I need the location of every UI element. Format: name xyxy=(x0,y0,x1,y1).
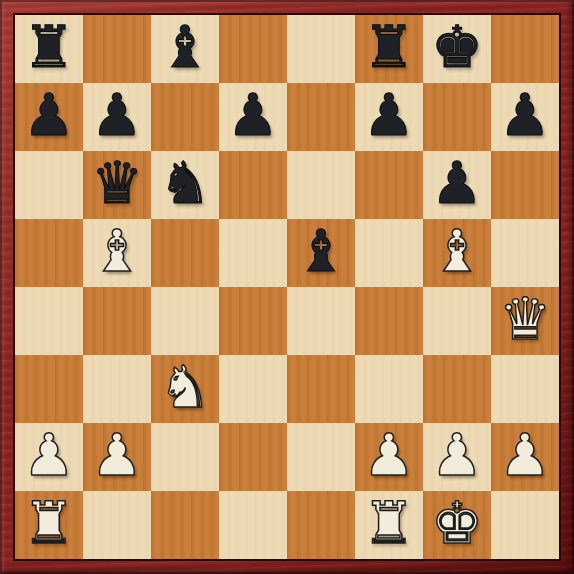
square-a7[interactable]: ♟ xyxy=(15,83,83,151)
square-c8[interactable]: ♝ xyxy=(151,15,219,83)
square-d6[interactable] xyxy=(219,151,287,219)
square-e4[interactable] xyxy=(287,287,355,355)
white-king[interactable]: ♚ xyxy=(431,491,483,557)
square-g1[interactable]: ♚ xyxy=(423,491,491,559)
square-d1[interactable] xyxy=(219,491,287,559)
black-pawn[interactable]: ♟ xyxy=(91,83,143,149)
white-bishop[interactable]: ♝ xyxy=(431,219,483,285)
square-e7[interactable] xyxy=(287,83,355,151)
square-f7[interactable]: ♟ xyxy=(355,83,423,151)
white-pawn[interactable]: ♟ xyxy=(23,423,75,489)
white-rook[interactable]: ♜ xyxy=(23,491,75,557)
square-a8[interactable]: ♜ xyxy=(15,15,83,83)
square-a3[interactable] xyxy=(15,355,83,423)
square-h5[interactable] xyxy=(491,219,559,287)
square-f3[interactable] xyxy=(355,355,423,423)
square-a5[interactable] xyxy=(15,219,83,287)
square-c3[interactable]: ♞ xyxy=(151,355,219,423)
square-f1[interactable]: ♜ xyxy=(355,491,423,559)
square-h4[interactable]: ♛ xyxy=(491,287,559,355)
square-e3[interactable] xyxy=(287,355,355,423)
white-pawn[interactable]: ♟ xyxy=(91,423,143,489)
black-pawn[interactable]: ♟ xyxy=(23,83,75,149)
white-queen[interactable]: ♛ xyxy=(499,287,551,353)
square-f5[interactable] xyxy=(355,219,423,287)
square-c4[interactable] xyxy=(151,287,219,355)
square-c5[interactable] xyxy=(151,219,219,287)
square-c6[interactable]: ♞ xyxy=(151,151,219,219)
square-h7[interactable]: ♟ xyxy=(491,83,559,151)
black-king[interactable]: ♚ xyxy=(431,15,483,81)
square-g5[interactable]: ♝ xyxy=(423,219,491,287)
square-a2[interactable]: ♟ xyxy=(15,423,83,491)
black-queen[interactable]: ♛ xyxy=(91,151,143,217)
square-g7[interactable] xyxy=(423,83,491,151)
black-rook[interactable]: ♜ xyxy=(23,15,75,81)
black-bishop[interactable]: ♝ xyxy=(295,219,347,285)
square-b2[interactable]: ♟ xyxy=(83,423,151,491)
square-b3[interactable] xyxy=(83,355,151,423)
square-e5[interactable]: ♝ xyxy=(287,219,355,287)
square-c7[interactable] xyxy=(151,83,219,151)
square-h2[interactable]: ♟ xyxy=(491,423,559,491)
square-h6[interactable] xyxy=(491,151,559,219)
black-pawn[interactable]: ♟ xyxy=(499,83,551,149)
square-d2[interactable] xyxy=(219,423,287,491)
square-e1[interactable] xyxy=(287,491,355,559)
square-g2[interactable]: ♟ xyxy=(423,423,491,491)
square-b4[interactable] xyxy=(83,287,151,355)
square-d8[interactable] xyxy=(219,15,287,83)
white-pawn[interactable]: ♟ xyxy=(363,423,415,489)
square-h3[interactable] xyxy=(491,355,559,423)
black-pawn[interactable]: ♟ xyxy=(363,83,415,149)
square-f6[interactable] xyxy=(355,151,423,219)
black-rook[interactable]: ♜ xyxy=(363,15,415,81)
square-f8[interactable]: ♜ xyxy=(355,15,423,83)
board-frame: ♜♝♜♚♟♟♟♟♟♛♞♟♝♝♝♛♞♟♟♟♟♟♜♜♚ xyxy=(0,0,574,574)
square-f2[interactable]: ♟ xyxy=(355,423,423,491)
square-b7[interactable]: ♟ xyxy=(83,83,151,151)
square-a1[interactable]: ♜ xyxy=(15,491,83,559)
black-knight[interactable]: ♞ xyxy=(159,151,211,217)
square-c2[interactable] xyxy=(151,423,219,491)
white-pawn[interactable]: ♟ xyxy=(499,423,551,489)
square-c1[interactable] xyxy=(151,491,219,559)
square-g6[interactable]: ♟ xyxy=(423,151,491,219)
square-b5[interactable]: ♝ xyxy=(83,219,151,287)
white-pawn[interactable]: ♟ xyxy=(431,423,483,489)
square-b1[interactable] xyxy=(83,491,151,559)
square-h8[interactable] xyxy=(491,15,559,83)
square-g8[interactable]: ♚ xyxy=(423,15,491,83)
square-e8[interactable] xyxy=(287,15,355,83)
square-h1[interactable] xyxy=(491,491,559,559)
square-b8[interactable] xyxy=(83,15,151,83)
chess-board: ♜♝♜♚♟♟♟♟♟♛♞♟♝♝♝♛♞♟♟♟♟♟♜♜♚ xyxy=(15,15,559,559)
square-f4[interactable] xyxy=(355,287,423,355)
square-a4[interactable] xyxy=(15,287,83,355)
square-d7[interactable]: ♟ xyxy=(219,83,287,151)
square-d4[interactable] xyxy=(219,287,287,355)
square-d5[interactable] xyxy=(219,219,287,287)
square-g3[interactable] xyxy=(423,355,491,423)
white-bishop[interactable]: ♝ xyxy=(91,219,143,285)
square-b6[interactable]: ♛ xyxy=(83,151,151,219)
black-pawn[interactable]: ♟ xyxy=(431,151,483,217)
black-bishop[interactable]: ♝ xyxy=(159,15,211,81)
black-pawn[interactable]: ♟ xyxy=(227,83,279,149)
white-rook[interactable]: ♜ xyxy=(363,491,415,557)
white-knight[interactable]: ♞ xyxy=(159,355,211,421)
square-d3[interactable] xyxy=(219,355,287,423)
square-g4[interactable] xyxy=(423,287,491,355)
square-e2[interactable] xyxy=(287,423,355,491)
square-a6[interactable] xyxy=(15,151,83,219)
square-e6[interactable] xyxy=(287,151,355,219)
